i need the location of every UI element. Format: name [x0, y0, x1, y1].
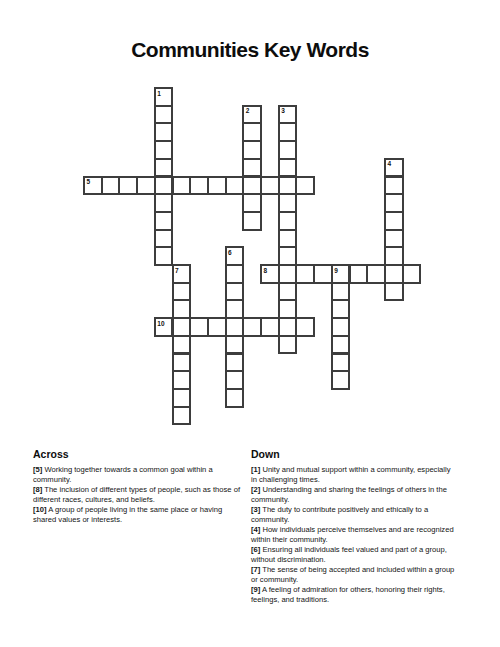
clue-down-2: [2] Understanding and sharing the feelin… [251, 485, 467, 505]
clue-down-7-line-2: or community. [251, 575, 467, 585]
clue-down-6: [6] Ensuring all individuals feel valued… [251, 545, 467, 565]
down-clues-section: Down [1] Unity and mutual support within… [251, 449, 467, 605]
clue-down-7-line-1: [7] The sense of being accepted and incl… [251, 565, 467, 575]
across-clues-section: Across [5] Working together towards a co… [33, 449, 249, 525]
clue-number-label: [3] [251, 505, 260, 514]
cell-number-4: 4 [387, 160, 391, 167]
grid-cell-r13-c7[interactable] [207, 317, 227, 337]
clue-down-2-line-2: community. [251, 495, 467, 505]
cell-number-5: 5 [87, 178, 91, 185]
clue-number-label: [8] [33, 485, 42, 494]
grid-cell-r16-c14[interactable] [331, 370, 351, 390]
grid-cell-r10-c10[interactable]: 8 [260, 264, 280, 284]
clue-down-3-line-1: [3] The duty to contribute positively an… [251, 505, 467, 515]
down-header: Down [251, 449, 467, 460]
clue-number-label: [10] [33, 505, 47, 514]
clue-down-9-line-2: feelings, and traditions. [251, 595, 467, 605]
cell-number-7: 7 [175, 267, 179, 274]
clue-across-5: [5] Working together towards a common go… [33, 465, 249, 485]
across-clue-list: [5] Working together towards a common go… [33, 465, 249, 525]
clue-down-3: [3] The duty to contribute positively an… [251, 505, 467, 525]
cell-number-3: 3 [281, 107, 285, 114]
clue-number-label: [2] [251, 485, 260, 494]
cell-number-8: 8 [264, 267, 268, 274]
grid-cell-r5-c8[interactable] [225, 176, 245, 196]
clue-down-7: [7] The sense of being accepted and incl… [251, 565, 467, 585]
grid-cell-r5-c12[interactable] [295, 176, 315, 196]
clue-number-label: [9] [251, 585, 260, 594]
clue-across-5-line-2: community. [33, 475, 249, 485]
grid-cell-r18-c5[interactable] [172, 406, 192, 426]
clue-across-5-line-1: [5] Working together towards a common go… [33, 465, 249, 475]
clue-number-label: [4] [251, 525, 260, 534]
page-title: Communities Key Words [0, 38, 500, 61]
clue-down-1: [1] Unity and mutual support within a co… [251, 465, 467, 485]
clue-across-8-line-2: different races, cultures, and beliefs. [33, 495, 249, 505]
clue-down-6-line-2: without discrimination. [251, 555, 467, 565]
grid-cell-r10-c18[interactable] [402, 264, 422, 284]
crossword-page: Communities Key Words 12345678910 Across… [0, 0, 500, 647]
grid-cell-r7-c9[interactable] [242, 211, 262, 231]
clue-across-8-line-1: [8] The inclusion of different types of … [33, 485, 249, 495]
crossword-grid: 12345678910 [83, 87, 422, 426]
clue-down-9-line-1: [9] A feeling of admiration for others, … [251, 585, 467, 595]
clue-number-label: [5] [33, 465, 42, 474]
clue-across-10: [10] A group of people living in the sam… [33, 505, 249, 525]
clue-across-8: [8] The inclusion of different types of … [33, 485, 249, 505]
grid-cell-r5-c3[interactable] [136, 176, 156, 196]
down-clue-list: [1] Unity and mutual support within a co… [251, 465, 467, 605]
clue-across-10-line-2: shared values or interests. [33, 515, 249, 525]
clue-down-4: [4] How individuals perceive themselves … [251, 525, 467, 545]
grid-cell-r11-c17[interactable] [384, 282, 404, 302]
grid-cell-r10-c16[interactable] [366, 264, 386, 284]
cell-number-2: 2 [246, 107, 250, 114]
clue-across-10-line-1: [10] A group of people living in the sam… [33, 505, 249, 515]
clue-number-label: [1] [251, 465, 260, 474]
grid-cell-r14-c11[interactable] [278, 335, 298, 355]
clue-down-2-line-1: [2] Understanding and sharing the feelin… [251, 485, 467, 495]
grid-cell-r17-c8[interactable] [225, 388, 245, 408]
clue-down-9: [9] A feeling of admiration for others, … [251, 585, 467, 605]
cell-number-1: 1 [157, 90, 161, 97]
clue-down-3-line-2: community. [251, 515, 467, 525]
clue-number-label: [6] [251, 545, 260, 554]
clue-down-1-line-1: [1] Unity and mutual support within a co… [251, 465, 467, 475]
cell-number-6: 6 [228, 249, 232, 256]
grid-cell-r13-c10[interactable] [260, 317, 280, 337]
grid-cell-r5-c10[interactable] [260, 176, 280, 196]
clue-down-4-line-2: within their community. [251, 535, 467, 545]
clue-down-4-line-1: [4] How individuals perceive themselves … [251, 525, 467, 535]
grid-cell-r13-c12[interactable] [295, 317, 315, 337]
grid-cell-r13-c4[interactable]: 10 [154, 317, 174, 337]
cell-number-10: 10 [157, 320, 164, 327]
clue-down-6-line-1: [6] Ensuring all individuals feel valued… [251, 545, 467, 555]
across-header: Across [33, 449, 249, 460]
clue-number-label: [7] [251, 565, 260, 574]
cell-number-9: 9 [334, 267, 338, 274]
clue-down-1-line-2: in challenging times. [251, 475, 467, 485]
